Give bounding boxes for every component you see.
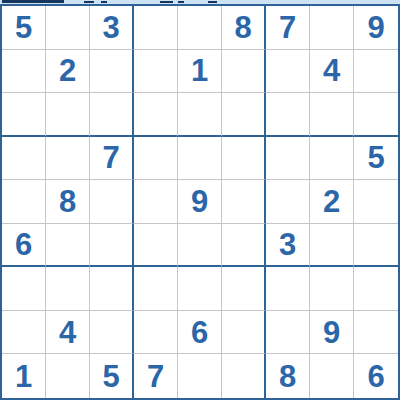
cell-r7c1[interactable] — [2, 267, 46, 311]
cell-r8c2[interactable]: 4 — [46, 311, 90, 355]
cell-r3c7[interactable] — [266, 93, 310, 137]
cell-r3c9[interactable] — [354, 93, 398, 137]
cell-r8c1[interactable] — [2, 311, 46, 355]
cell-r3c5[interactable] — [178, 93, 222, 137]
cell-r2c5[interactable]: 1 — [178, 50, 222, 94]
cell-r3c2[interactable] — [46, 93, 90, 137]
cell-r4c9[interactable]: 5 — [354, 137, 398, 181]
cell-r3c4[interactable] — [134, 93, 178, 137]
cell-r5c3[interactable] — [90, 180, 134, 224]
cell-r7c6[interactable] — [222, 267, 266, 311]
cell-r6c6[interactable] — [222, 224, 266, 268]
cell-r1c5[interactable] — [178, 6, 222, 50]
cell-r4c5[interactable] — [178, 137, 222, 181]
cell-r2c4[interactable] — [134, 50, 178, 94]
cell-r3c8[interactable] — [310, 93, 354, 137]
cell-r5c2[interactable]: 8 — [46, 180, 90, 224]
cell-r4c7[interactable] — [266, 137, 310, 181]
cell-r9c2[interactable] — [46, 354, 90, 398]
sudoku-screen: 53879214758926346915786 — [0, 0, 400, 400]
cell-r6c2[interactable] — [46, 224, 90, 268]
sudoku-board: 53879214758926346915786 — [0, 4, 400, 400]
cell-r9c6[interactable] — [222, 354, 266, 398]
cell-r5c8[interactable]: 2 — [310, 180, 354, 224]
cell-r6c4[interactable] — [134, 224, 178, 268]
cell-r4c6[interactable] — [222, 137, 266, 181]
cell-r3c3[interactable] — [90, 93, 134, 137]
cell-r1c9[interactable]: 9 — [354, 6, 398, 50]
cell-r6c3[interactable] — [90, 224, 134, 268]
cell-r8c3[interactable] — [90, 311, 134, 355]
cell-r1c1[interactable]: 5 — [2, 6, 46, 50]
cell-r7c4[interactable] — [134, 267, 178, 311]
cell-r2c6[interactable] — [222, 50, 266, 94]
cell-r4c8[interactable] — [310, 137, 354, 181]
cell-r5c6[interactable] — [222, 180, 266, 224]
cell-r5c7[interactable] — [266, 180, 310, 224]
cell-r4c1[interactable] — [2, 137, 46, 181]
cell-r7c3[interactable] — [90, 267, 134, 311]
cell-r9c8[interactable] — [310, 354, 354, 398]
cell-r9c7[interactable]: 8 — [266, 354, 310, 398]
cell-r7c7[interactable] — [266, 267, 310, 311]
cell-r8c8[interactable]: 9 — [310, 311, 354, 355]
cell-r6c9[interactable] — [354, 224, 398, 268]
cell-r6c5[interactable] — [178, 224, 222, 268]
toolbar-fragment — [84, 1, 94, 3]
cell-r8c5[interactable]: 6 — [178, 311, 222, 355]
cell-r9c3[interactable]: 5 — [90, 354, 134, 398]
cell-r2c1[interactable] — [2, 50, 46, 94]
cell-r9c4[interactable]: 7 — [134, 354, 178, 398]
cell-r2c7[interactable] — [266, 50, 310, 94]
cell-r5c4[interactable] — [134, 180, 178, 224]
cell-r3c1[interactable] — [2, 93, 46, 137]
cell-r6c8[interactable] — [310, 224, 354, 268]
cell-r1c8[interactable] — [310, 6, 354, 50]
cell-r2c3[interactable] — [90, 50, 134, 94]
cell-r8c7[interactable] — [266, 311, 310, 355]
cell-r5c1[interactable] — [2, 180, 46, 224]
cell-r1c2[interactable] — [46, 6, 90, 50]
cell-r1c3[interactable]: 3 — [90, 6, 134, 50]
cell-r8c6[interactable] — [222, 311, 266, 355]
cell-r5c9[interactable] — [354, 180, 398, 224]
cell-r8c9[interactable] — [354, 311, 398, 355]
toolbar-fragment — [101, 1, 107, 3]
cell-r7c2[interactable] — [46, 267, 90, 311]
cell-r4c2[interactable] — [46, 137, 90, 181]
cell-r5c5[interactable]: 9 — [178, 180, 222, 224]
cell-r9c5[interactable] — [178, 354, 222, 398]
cell-r7c5[interactable] — [178, 267, 222, 311]
toolbar-fragment — [208, 1, 217, 3]
cell-r1c7[interactable]: 7 — [266, 6, 310, 50]
toolbar-fragment — [2, 0, 64, 3]
cell-r2c9[interactable] — [354, 50, 398, 94]
cell-r3c6[interactable] — [222, 93, 266, 137]
cell-r4c4[interactable] — [134, 137, 178, 181]
cell-r6c1[interactable]: 6 — [2, 224, 46, 268]
cell-r4c3[interactable]: 7 — [90, 137, 134, 181]
cell-r9c9[interactable]: 6 — [354, 354, 398, 398]
cell-r9c1[interactable]: 1 — [2, 354, 46, 398]
cell-r7c9[interactable] — [354, 267, 398, 311]
cell-r1c6[interactable]: 8 — [222, 6, 266, 50]
cell-r7c8[interactable] — [310, 267, 354, 311]
toolbar-fragment — [160, 1, 173, 3]
cell-r6c7[interactable]: 3 — [266, 224, 310, 268]
cell-r8c4[interactable] — [134, 311, 178, 355]
cell-r2c2[interactable]: 2 — [46, 50, 90, 94]
cell-r1c4[interactable] — [134, 6, 178, 50]
toolbar-fragment — [178, 1, 184, 3]
cell-r2c8[interactable]: 4 — [310, 50, 354, 94]
